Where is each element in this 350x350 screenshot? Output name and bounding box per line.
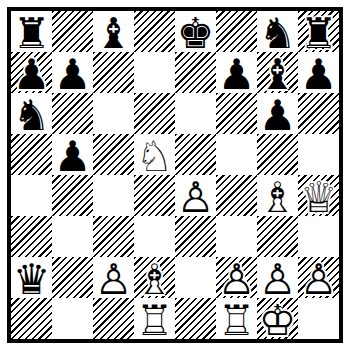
white-knight-d5-icon: ♘ <box>134 134 175 175</box>
square-g2[interactable]: ♟♙ <box>257 257 298 298</box>
square-g8[interactable]: ♞ <box>257 11 298 52</box>
square-d7[interactable] <box>134 52 175 93</box>
black-queen-a2-icon: ♛ <box>11 257 52 298</box>
square-e6[interactable] <box>175 93 216 134</box>
square-h6[interactable] <box>298 93 339 134</box>
square-c5[interactable] <box>93 134 134 175</box>
square-e8[interactable]: ♚ <box>175 11 216 52</box>
square-b1[interactable] <box>52 298 93 339</box>
square-f2[interactable]: ♟♙ <box>216 257 257 298</box>
white-bishop-d2-icon: ♗ <box>134 257 175 298</box>
square-g3[interactable] <box>257 216 298 257</box>
black-king-e8-icon: ♚ <box>175 11 216 52</box>
square-h8[interactable]: ♜ <box>298 11 339 52</box>
square-c8[interactable]: ♝ <box>93 11 134 52</box>
square-d2[interactable]: ♝♗ <box>134 257 175 298</box>
square-b3[interactable] <box>52 216 93 257</box>
chess-board: ♜♝♚♞♜♟♟♟♝♟♞♟♟♞♘♟♙♝♗♛♕♛♟♙♝♗♟♙♟♙♟♙♜♖♜♖♚♔ <box>7 7 343 343</box>
black-pawn-f7-icon: ♟ <box>216 52 257 93</box>
square-a7[interactable]: ♟ <box>11 52 52 93</box>
square-b2[interactable] <box>52 257 93 298</box>
black-pawn-h7-icon: ♟ <box>298 52 339 93</box>
square-a2[interactable]: ♛ <box>11 257 52 298</box>
square-d8[interactable] <box>134 11 175 52</box>
square-d1[interactable]: ♜♖ <box>134 298 175 339</box>
square-e3[interactable] <box>175 216 216 257</box>
square-g1[interactable]: ♚♔ <box>257 298 298 339</box>
square-f4[interactable] <box>216 175 257 216</box>
square-h3[interactable] <box>298 216 339 257</box>
square-a8[interactable]: ♜ <box>11 11 52 52</box>
black-rook-a8-icon: ♜ <box>11 11 52 52</box>
square-g6[interactable]: ♟ <box>257 93 298 134</box>
white-pawn-fill-icon: ♟ <box>175 175 216 216</box>
square-f7[interactable]: ♟ <box>216 52 257 93</box>
square-h5[interactable] <box>298 134 339 175</box>
white-knight-fill-icon: ♞ <box>134 134 175 175</box>
white-pawn-fill-icon: ♟ <box>257 257 298 298</box>
square-f1[interactable]: ♜♖ <box>216 298 257 339</box>
square-f3[interactable] <box>216 216 257 257</box>
white-pawn-e4-icon: ♙ <box>175 175 216 216</box>
square-b6[interactable] <box>52 93 93 134</box>
black-pawn-g6-icon: ♟ <box>257 93 298 134</box>
white-pawn-fill-icon: ♟ <box>93 257 134 298</box>
square-e5[interactable] <box>175 134 216 175</box>
black-bishop-g7-icon: ♝ <box>257 52 298 93</box>
square-h2[interactable]: ♟♙ <box>298 257 339 298</box>
square-c7[interactable] <box>93 52 134 93</box>
white-pawn-h2-icon: ♙ <box>298 257 339 298</box>
square-a4[interactable] <box>11 175 52 216</box>
white-pawn-fill-icon: ♟ <box>216 257 257 298</box>
square-a6[interactable]: ♞ <box>11 93 52 134</box>
white-rook-d1-icon: ♖ <box>134 298 175 339</box>
square-a5[interactable] <box>11 134 52 175</box>
square-c6[interactable] <box>93 93 134 134</box>
white-pawn-fill-icon: ♟ <box>298 257 339 298</box>
black-pawn-a7-icon: ♟ <box>11 52 52 93</box>
white-pawn-g2-icon: ♙ <box>257 257 298 298</box>
square-b5[interactable]: ♟ <box>52 134 93 175</box>
square-d4[interactable] <box>134 175 175 216</box>
square-c2[interactable]: ♟♙ <box>93 257 134 298</box>
square-b7[interactable]: ♟ <box>52 52 93 93</box>
white-rook-fill-icon: ♜ <box>134 298 175 339</box>
square-g4[interactable]: ♝♗ <box>257 175 298 216</box>
square-a3[interactable] <box>11 216 52 257</box>
white-pawn-f2-icon: ♙ <box>216 257 257 298</box>
square-e2[interactable] <box>175 257 216 298</box>
white-bishop-g4-icon: ♗ <box>257 175 298 216</box>
square-c1[interactable] <box>93 298 134 339</box>
square-f5[interactable] <box>216 134 257 175</box>
square-b4[interactable] <box>52 175 93 216</box>
white-queen-h4-icon: ♕ <box>298 175 339 216</box>
white-bishop-fill-icon: ♝ <box>257 175 298 216</box>
white-queen-fill-icon: ♛ <box>298 175 339 216</box>
black-rook-h8-icon: ♜ <box>298 11 339 52</box>
white-bishop-fill-icon: ♝ <box>134 257 175 298</box>
white-king-g1-icon: ♔ <box>257 298 298 339</box>
square-d6[interactable] <box>134 93 175 134</box>
square-e7[interactable] <box>175 52 216 93</box>
square-h4[interactable]: ♛♕ <box>298 175 339 216</box>
square-b8[interactable] <box>52 11 93 52</box>
white-pawn-c2-icon: ♙ <box>93 257 134 298</box>
square-c4[interactable] <box>93 175 134 216</box>
black-knight-a6-icon: ♞ <box>11 93 52 134</box>
square-e1[interactable] <box>175 298 216 339</box>
square-e4[interactable]: ♟♙ <box>175 175 216 216</box>
square-d5[interactable]: ♞♘ <box>134 134 175 175</box>
square-h1[interactable] <box>298 298 339 339</box>
square-f6[interactable] <box>216 93 257 134</box>
square-d3[interactable] <box>134 216 175 257</box>
white-rook-fill-icon: ♜ <box>216 298 257 339</box>
white-rook-f1-icon: ♖ <box>216 298 257 339</box>
square-f8[interactable] <box>216 11 257 52</box>
square-g7[interactable]: ♝ <box>257 52 298 93</box>
black-pawn-b7-icon: ♟ <box>52 52 93 93</box>
black-pawn-b5-icon: ♟ <box>52 134 93 175</box>
black-bishop-c8-icon: ♝ <box>93 11 134 52</box>
square-g5[interactable] <box>257 134 298 175</box>
white-king-fill-icon: ♚ <box>257 298 298 339</box>
square-h7[interactable]: ♟ <box>298 52 339 93</box>
black-knight-g8-icon: ♞ <box>257 11 298 52</box>
square-c3[interactable] <box>93 216 134 257</box>
square-a1[interactable] <box>11 298 52 339</box>
chess-diagram: ♜♝♚♞♜♟♟♟♝♟♞♟♟♞♘♟♙♝♗♛♕♛♟♙♝♗♟♙♟♙♟♙♜♖♜♖♚♔ <box>0 0 350 350</box>
